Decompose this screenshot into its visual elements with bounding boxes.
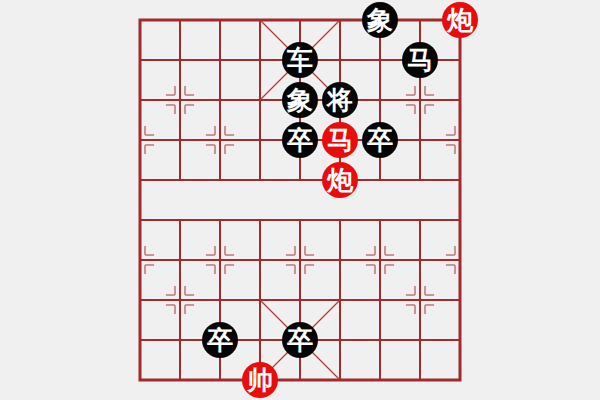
- piece-red-cannon[interactable]: 炮: [442, 2, 478, 38]
- piece-layer: 象炮车马象将卒马卒炮卒卒帅: [120, 0, 480, 400]
- xiangqi-app-canvas: 象炮车马象将卒马卒炮卒卒帅: [0, 0, 600, 400]
- piece-black-pawn[interactable]: 卒: [282, 122, 318, 158]
- piece-black-pawn[interactable]: 卒: [282, 322, 318, 358]
- piece-red-horse[interactable]: 马: [322, 122, 358, 158]
- piece-black-chariot[interactable]: 车: [282, 42, 318, 78]
- piece-black-elephant[interactable]: 象: [282, 82, 318, 118]
- piece-black-elephant[interactable]: 象: [362, 2, 398, 38]
- piece-black-pawn[interactable]: 卒: [202, 322, 238, 358]
- piece-red-cannon[interactable]: 炮: [322, 162, 358, 198]
- piece-red-general[interactable]: 帅: [242, 362, 278, 398]
- piece-black-pawn[interactable]: 卒: [362, 122, 398, 158]
- piece-black-horse[interactable]: 马: [402, 42, 438, 78]
- piece-black-general[interactable]: 将: [322, 82, 358, 118]
